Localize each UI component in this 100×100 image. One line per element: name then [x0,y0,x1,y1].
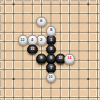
stone-white-2: 2 [36,35,47,46]
move-number: 9 [40,57,44,61]
stone-white-10: 10 [46,72,57,83]
move-number: 2 [40,38,44,42]
stone-white-14: 14 [64,54,75,65]
move-number: 14 [68,57,72,60]
move-number: 11 [30,48,34,51]
move-number: 4 [30,38,34,42]
move-number: 8 [49,29,53,33]
stone-white-8: 8 [46,26,57,37]
move-number: 10 [49,76,53,79]
stone-white-6: 6 [36,16,47,27]
move-number: 1 [49,38,53,42]
move-number: 6 [40,20,44,24]
move-number: 7 [49,66,53,70]
move-number: 12 [21,39,25,42]
stone-black-9: 9 [36,54,47,65]
board-grid[interactable]: 1234567891011121314 [0,0,100,100]
gomoku-board[interactable]: 1234567891011121314 [0,0,100,100]
stone-white-12: 12 [18,35,29,46]
stone-black-11: 11 [27,44,38,55]
move-number: 5 [49,57,53,61]
move-number: 13 [58,57,62,60]
move-number: 3 [49,48,53,52]
